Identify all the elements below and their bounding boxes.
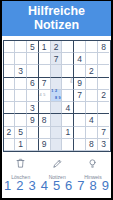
numpad-digit-7[interactable]: 7 bbox=[77, 177, 84, 195]
sudoku-cell-r1c5[interactable]: 2 bbox=[51, 41, 63, 53]
sudoku-cell-r1c3[interactable]: 5 bbox=[27, 41, 39, 53]
sudoku-board: 5128743267369451289723498425171983 bbox=[3, 40, 111, 152]
sudoku-cell-r9c2[interactable]: 1 bbox=[15, 139, 27, 151]
sudoku-cell-r4c6[interactable]: 36 bbox=[62, 78, 74, 90]
header-banner: Hilfreiche Notizen bbox=[2, 1, 111, 36]
sudoku-cell-r6c9[interactable] bbox=[98, 102, 110, 114]
title-line-2: Notizen bbox=[34, 19, 79, 33]
sudoku-cell-r1c8[interactable] bbox=[86, 41, 98, 53]
sudoku-cell-r2c2[interactable] bbox=[15, 53, 27, 65]
numpad-digit-6[interactable]: 6 bbox=[65, 177, 72, 195]
sudoku-cell-r2c3[interactable] bbox=[27, 53, 39, 65]
sudoku-cell-r9c8[interactable]: 8 bbox=[86, 139, 98, 151]
sudoku-cell-r7c9[interactable] bbox=[98, 114, 110, 126]
sudoku-cell-r3c4[interactable] bbox=[39, 65, 51, 77]
sudoku-cell-r3c7[interactable] bbox=[74, 65, 86, 77]
sudoku-cell-r4c1[interactable] bbox=[4, 78, 16, 90]
sudoku-cell-r7c6[interactable] bbox=[62, 114, 74, 126]
sudoku-cell-r7c2[interactable] bbox=[15, 114, 27, 126]
sudoku-cell-r9c9[interactable]: 3 bbox=[98, 139, 110, 151]
sudoku-cell-r3c3[interactable] bbox=[27, 65, 39, 77]
sudoku-cell-r5c5[interactable]: 1289 bbox=[51, 90, 63, 102]
sudoku-cell-r4c7[interactable]: 9 bbox=[74, 78, 86, 90]
sudoku-cell-r1c6[interactable] bbox=[62, 41, 74, 53]
sudoku-cell-r1c9[interactable]: 8 bbox=[98, 41, 110, 53]
sudoku-cell-r8c4[interactable] bbox=[39, 127, 51, 139]
title-line-1: Hilfreiche bbox=[28, 5, 85, 19]
sudoku-cell-r6c1[interactable] bbox=[4, 102, 16, 114]
numpad-digit-5[interactable]: 5 bbox=[53, 177, 60, 195]
sudoku-cell-r6c3[interactable]: 3 bbox=[27, 102, 39, 114]
bulb-icon bbox=[87, 155, 98, 173]
numpad-digit-8[interactable]: 8 bbox=[90, 177, 97, 195]
sudoku-cell-r5c2[interactable] bbox=[15, 90, 27, 102]
sudoku-cell-r2c1[interactable] bbox=[4, 53, 16, 65]
sudoku-cell-r2c4[interactable] bbox=[39, 53, 51, 65]
phone-screen: Hilfreiche Notizen 512874326736945128972… bbox=[2, 1, 111, 198]
sudoku-cell-r9c7[interactable] bbox=[74, 139, 86, 151]
sudoku-cell-r6c4[interactable] bbox=[39, 102, 51, 114]
sudoku-cell-r9c5[interactable] bbox=[51, 139, 63, 151]
sudoku-cell-r5c1[interactable] bbox=[4, 90, 16, 102]
sudoku-cell-r3c8[interactable]: 2 bbox=[86, 65, 98, 77]
sudoku-cell-r1c7[interactable] bbox=[74, 41, 86, 53]
sudoku-cell-r9c6[interactable] bbox=[62, 139, 74, 151]
numpad-digit-2[interactable]: 2 bbox=[16, 177, 23, 195]
sudoku-cell-r2c9[interactable] bbox=[98, 53, 110, 65]
sudoku-cell-r8c9[interactable]: 7 bbox=[98, 127, 110, 139]
sudoku-cell-r8c3[interactable] bbox=[27, 127, 39, 139]
sudoku-cell-r4c8[interactable] bbox=[86, 78, 98, 90]
sudoku-cell-r2c8[interactable] bbox=[86, 53, 98, 65]
trash-icon bbox=[15, 155, 26, 173]
sudoku-cell-r7c7[interactable] bbox=[74, 114, 86, 126]
sudoku-cell-r5c7[interactable]: 7 bbox=[74, 90, 86, 102]
sudoku-cell-r5c4[interactable]: 45 bbox=[39, 90, 51, 102]
sudoku-cell-r9c3[interactable] bbox=[27, 139, 39, 151]
sudoku-cell-r2c7[interactable]: 4 bbox=[74, 53, 86, 65]
sudoku-cell-r5c6[interactable] bbox=[62, 90, 74, 102]
sudoku-cell-r5c9[interactable]: 2 bbox=[98, 90, 110, 102]
numpad-digit-4[interactable]: 4 bbox=[41, 177, 48, 195]
sudoku-cell-r1c1[interactable] bbox=[4, 41, 16, 53]
sudoku-cell-r4c9[interactable] bbox=[98, 78, 110, 90]
number-pad: 123456789 bbox=[2, 177, 111, 195]
pencil-icon bbox=[52, 155, 63, 173]
sudoku-cell-r9c4[interactable]: 9 bbox=[39, 139, 51, 151]
sudoku-cell-r7c1[interactable] bbox=[4, 114, 16, 126]
sudoku-cell-r2c5[interactable]: 7 bbox=[51, 53, 63, 65]
numpad-digit-9[interactable]: 9 bbox=[102, 177, 109, 195]
sudoku-cell-r3c9[interactable] bbox=[98, 65, 110, 77]
sudoku-cell-r8c6[interactable]: 1 bbox=[62, 127, 74, 139]
sudoku-cell-r1c2[interactable] bbox=[15, 41, 27, 53]
sudoku-cell-r4c4[interactable]: 7 bbox=[39, 78, 51, 90]
sudoku-cell-r1c4[interactable]: 1 bbox=[39, 41, 51, 53]
sudoku-cell-r3c5[interactable] bbox=[51, 65, 63, 77]
sudoku-cell-r6c2[interactable] bbox=[15, 102, 27, 114]
sudoku-cell-r6c7[interactable] bbox=[74, 102, 86, 114]
sudoku-cell-r3c6[interactable] bbox=[62, 65, 74, 77]
sudoku-cell-r8c5[interactable] bbox=[51, 127, 63, 139]
sudoku-cell-r7c5[interactable] bbox=[51, 114, 63, 126]
sudoku-cell-r3c1[interactable] bbox=[4, 65, 16, 77]
sudoku-cell-r7c3[interactable]: 9 bbox=[27, 114, 39, 126]
sudoku-cell-r6c5[interactable] bbox=[51, 102, 63, 114]
sudoku-cell-r8c7[interactable] bbox=[74, 127, 86, 139]
sudoku-cell-r5c8[interactable] bbox=[86, 90, 98, 102]
sudoku-cell-r5c3[interactable] bbox=[27, 90, 39, 102]
sudoku-cell-r2c6[interactable] bbox=[62, 53, 74, 65]
sudoku-cell-r7c8[interactable]: 4 bbox=[86, 114, 98, 126]
numpad-digit-3[interactable]: 3 bbox=[28, 177, 35, 195]
sudoku-cell-r3c2[interactable]: 3 bbox=[15, 65, 27, 77]
sudoku-cell-r8c2[interactable]: 5 bbox=[15, 127, 27, 139]
pencil-notes: 45 bbox=[39, 90, 50, 101]
pencil-notes: 36 bbox=[62, 78, 73, 89]
sudoku-cell-r4c3[interactable]: 6 bbox=[27, 78, 39, 90]
sudoku-cell-r7c4[interactable]: 8 bbox=[39, 114, 51, 126]
pencil-notes: 1289 bbox=[51, 90, 62, 101]
sudoku-cell-r6c8[interactable] bbox=[86, 102, 98, 114]
numpad-digit-1[interactable]: 1 bbox=[4, 177, 11, 195]
sudoku-cell-r6c6[interactable]: 4 bbox=[62, 102, 74, 114]
sudoku-cell-r4c2[interactable] bbox=[15, 78, 27, 90]
sudoku-cell-r9c1[interactable] bbox=[4, 139, 16, 151]
sudoku-cell-r8c1[interactable]: 2 bbox=[4, 127, 16, 139]
sudoku-cell-r8c8[interactable] bbox=[86, 127, 98, 139]
